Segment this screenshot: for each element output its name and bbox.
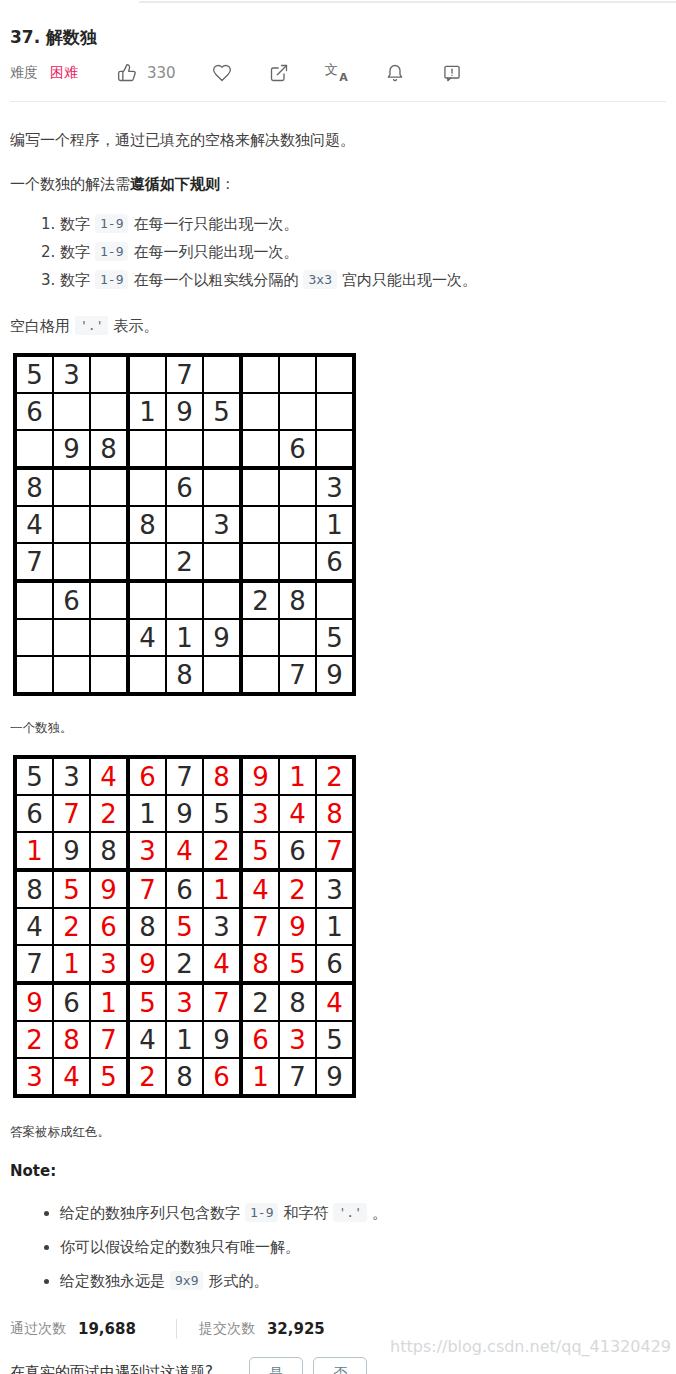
- sudoku-cell: [129, 582, 166, 619]
- sudoku-cell: [242, 543, 279, 580]
- sudoku-cell: 2: [16, 1021, 53, 1058]
- sudoku-cell: 8: [279, 984, 316, 1021]
- sudoku-cell: 3: [316, 469, 353, 506]
- blank-cell-paragraph: 空白格用'.'表示。: [10, 316, 666, 336]
- watermark: https://blog.csdn.net/qq_41320429: [390, 1337, 671, 1356]
- sudoku-cell: 3: [16, 1058, 53, 1095]
- sudoku-cell: 5: [53, 871, 90, 908]
- difficulty-label: 难度: [10, 64, 38, 82]
- sudoku-cell: 9: [203, 619, 240, 656]
- sudoku-cell: [90, 356, 127, 393]
- sudoku-box: 859426713: [15, 870, 128, 983]
- sudoku-cell: [53, 543, 90, 580]
- sudoku-cell: 5: [203, 393, 240, 430]
- sudoku-cell: 5: [166, 908, 203, 945]
- sudoku-cell: 6: [316, 945, 353, 982]
- sudoku-cell: [90, 469, 127, 506]
- sudoku-cell: 6: [316, 543, 353, 580]
- survey-question: 在真实的面试中遇到过这道题?: [10, 1357, 213, 1374]
- sudoku-cell: [203, 543, 240, 580]
- accepted-value: 19,688: [78, 1320, 136, 1338]
- sudoku-cell: 8: [16, 469, 53, 506]
- rule-3-text: 数字: [60, 271, 90, 289]
- sudoku-cell: 7: [203, 984, 240, 1021]
- top-divider: [139, 1, 676, 3]
- intro-paragraph: 编写一个程序，通过已填充的空格来解决数独问题。: [10, 130, 666, 150]
- sudoku-cell: 2: [242, 984, 279, 1021]
- sudoku-cell: 8: [203, 758, 240, 795]
- sudoku-cell: 9: [90, 871, 127, 908]
- accepted-label: 通过次数: [10, 1320, 66, 1338]
- sudoku-box: 678195342: [128, 757, 241, 870]
- note-2-text: 你可以假设给定的数独只有唯一解。: [60, 1238, 300, 1256]
- code-chip: 1-9: [95, 214, 128, 233]
- problem-page: 37. 解数独 难度 困难 330 文 A: [0, 26, 676, 1339]
- sudoku-cell: [53, 469, 90, 506]
- sudoku-cell: [16, 430, 53, 467]
- note-item-1: 给定的数独序列只包含数字1-9和字符'.'。: [60, 1201, 666, 1225]
- difficulty-badge: 困难: [50, 64, 78, 82]
- sudoku-cell: 7: [90, 1021, 127, 1058]
- sudoku-cell: 2: [166, 945, 203, 982]
- rule-3-mid: 在每一个以粗实线分隔的: [133, 271, 298, 289]
- sudoku-box: 847: [15, 468, 128, 581]
- sudoku-cell: [279, 356, 316, 393]
- sudoku-cell: 1: [53, 945, 90, 982]
- sudoku-box: 284635179: [241, 983, 354, 1096]
- sudoku-cell: 7: [16, 945, 53, 982]
- sudoku-cell: 2: [316, 758, 353, 795]
- rule-item-1: 数字1-9在每一行只能出现一次。: [60, 210, 666, 238]
- translate-zh-glyph: 文: [325, 63, 338, 77]
- sudoku-cell: 4: [203, 945, 240, 982]
- sudoku-cell: 4: [16, 908, 53, 945]
- sudoku-cell: 4: [242, 871, 279, 908]
- translate-en-glyph: A: [339, 71, 348, 85]
- sudoku-cell: 6: [279, 430, 316, 467]
- code-chip: 1-9: [95, 242, 128, 261]
- sudoku-cell: 8: [279, 582, 316, 619]
- sudoku-cell: [316, 430, 353, 467]
- sudoku-cell: [129, 543, 166, 580]
- sudoku-cell: 9: [53, 430, 90, 467]
- sudoku-cell: 4: [53, 1058, 90, 1095]
- translate-icon[interactable]: 文 A: [325, 63, 349, 83]
- sudoku-cell: 6: [53, 582, 90, 619]
- sudoku-box: 6: [241, 355, 354, 468]
- sudoku-cell: [90, 656, 127, 693]
- sudoku-cell: 5: [279, 945, 316, 982]
- sudoku-cell: 8: [53, 1021, 90, 1058]
- sudoku-cell: [16, 656, 53, 693]
- bell-icon[interactable]: [384, 62, 406, 84]
- sudoku-grid-solution: 5346721986781953429123485678594267137618…: [13, 755, 356, 1098]
- sudoku-cell: [242, 506, 279, 543]
- sudoku-cell: 3: [129, 832, 166, 869]
- blank-note-pre: 空白格用: [10, 317, 70, 335]
- sudoku-cell: 1: [279, 758, 316, 795]
- sudoku-cell: 9: [53, 832, 90, 869]
- sudoku-cell: 2: [129, 1058, 166, 1095]
- sudoku-cell: [166, 506, 203, 543]
- sudoku-cell: [279, 619, 316, 656]
- sudoku-cell: 5: [316, 619, 353, 656]
- sudoku-box: 53698: [15, 355, 128, 468]
- sudoku-cell: [16, 582, 53, 619]
- sudoku-cell: 2: [53, 908, 90, 945]
- sudoku-cell: [242, 393, 279, 430]
- sudoku-cell: [203, 582, 240, 619]
- sudoku-cell: 3: [279, 1021, 316, 1058]
- sudoku-cell: [316, 393, 353, 430]
- sudoku-cell: [129, 469, 166, 506]
- rules-intro-bold: 遵循如下规则: [130, 175, 220, 193]
- sudoku-box: 28579: [241, 581, 354, 694]
- sudoku-cell: 6: [166, 871, 203, 908]
- sudoku-cell: 5: [16, 758, 53, 795]
- sudoku-box: 7195: [128, 355, 241, 468]
- meta-row: 难度 困难 330 文 A: [10, 61, 666, 85]
- sudoku-cell: 6: [90, 908, 127, 945]
- sudoku-cell: [203, 430, 240, 467]
- sudoku-cell: 7: [316, 832, 353, 869]
- sudoku-box: 316: [241, 468, 354, 581]
- sudoku-cell: [53, 619, 90, 656]
- sudoku-cell: [242, 619, 279, 656]
- sudoku-cell: 8: [242, 945, 279, 982]
- sudoku-cell: 3: [90, 945, 127, 982]
- sudoku-cell: 7: [242, 908, 279, 945]
- sudoku-cell: 1: [316, 908, 353, 945]
- sudoku-box: 423791856: [241, 870, 354, 983]
- rule-item-2: 数字1-9在每一列只能出现一次。: [60, 238, 666, 266]
- sudoku-cell: 8: [316, 795, 353, 832]
- rules-intro-suffix: ：: [220, 175, 235, 193]
- rules-list: 数字1-9在每一行只能出现一次。 数字1-9在每一列只能出现一次。 数字1-9在…: [10, 210, 666, 294]
- sudoku-cell: [166, 430, 203, 467]
- sudoku-cell: [316, 356, 353, 393]
- sudoku-cell: [203, 356, 240, 393]
- sudoku-cell: 8: [166, 1058, 203, 1095]
- sudoku-cell: 5: [316, 1021, 353, 1058]
- code-chip: 1-9: [95, 270, 128, 289]
- sudoku-cell: 8: [16, 871, 53, 908]
- sudoku-cell: 6: [242, 1021, 279, 1058]
- sudoku-cell: 6: [16, 795, 53, 832]
- sudoku-cell: [90, 582, 127, 619]
- sudoku-cell: 4: [316, 984, 353, 1021]
- note-1-suffix: 。: [372, 1204, 387, 1222]
- sudoku-cell: [90, 393, 127, 430]
- rules-intro-pre: 一个数独的解法需: [10, 175, 130, 193]
- sudoku-box: 534672198: [15, 757, 128, 870]
- sudoku-cell: [90, 543, 127, 580]
- sudoku-cell: [203, 656, 240, 693]
- rule-1-text: 数字: [60, 215, 90, 233]
- sudoku-cell: 7: [166, 758, 203, 795]
- sudoku-cell: [16, 619, 53, 656]
- sudoku-cell: 7: [129, 871, 166, 908]
- sudoku-cell: 6: [16, 393, 53, 430]
- sudoku-cell: 9: [166, 393, 203, 430]
- sudoku-cell: 5: [242, 832, 279, 869]
- sudoku-cell: [90, 506, 127, 543]
- puzzle-caption: 一个数独。: [10, 720, 666, 737]
- stats-divider: [176, 1319, 177, 1339]
- sudoku-cell: 9: [316, 656, 353, 693]
- note-list: 给定的数独序列只包含数字1-9和字符'.'。 你可以假设给定的数独只有唯一解。 …: [10, 1201, 666, 1293]
- sudoku-cell: 2: [203, 832, 240, 869]
- like-count: 330: [147, 64, 176, 82]
- sudoku-cell: 5: [90, 1058, 127, 1095]
- sudoku-cell: 2: [242, 582, 279, 619]
- sudoku-cell: 4: [166, 832, 203, 869]
- code-chip: 1-9: [245, 1203, 278, 1222]
- rule-2-suffix: 在每一列只能出现一次。: [133, 243, 298, 261]
- sudoku-cell: 1: [16, 832, 53, 869]
- sudoku-cell: 1: [129, 393, 166, 430]
- sudoku-cell: 7: [16, 543, 53, 580]
- header-divider: [10, 101, 666, 102]
- stats-row: 通过次数 19,688 提交次数 32,925: [10, 1319, 666, 1339]
- page-title: 37. 解数独: [10, 26, 666, 48]
- sudoku-cell: 9: [166, 795, 203, 832]
- sudoku-cell: [166, 582, 203, 619]
- sudoku-cell: 3: [166, 984, 203, 1021]
- sudoku-box: 761853924: [128, 870, 241, 983]
- sudoku-cell: [242, 469, 279, 506]
- like-button[interactable]: 330: [116, 62, 176, 84]
- sudoku-cell: 1: [203, 871, 240, 908]
- rule-item-3: 数字1-9在每一个以粗实线分隔的3x3宫内只能出现一次。: [60, 266, 666, 294]
- sudoku-cell: 8: [129, 908, 166, 945]
- sudoku-cell: 5: [16, 356, 53, 393]
- sudoku-cell: [279, 506, 316, 543]
- sudoku-cell: 6: [166, 469, 203, 506]
- sudoku-cell: [279, 393, 316, 430]
- rule-1-suffix: 在每一行只能出现一次。: [133, 215, 298, 233]
- code-chip: 9x9: [170, 1271, 203, 1290]
- feedback-icon[interactable]: [441, 62, 463, 84]
- sudoku-cell: 9: [16, 984, 53, 1021]
- sudoku-cell: 9: [203, 1021, 240, 1058]
- code-chip: 3x3: [303, 270, 336, 289]
- sudoku-cell: [53, 506, 90, 543]
- sudoku-cell: 8: [166, 656, 203, 693]
- heart-icon[interactable]: [211, 62, 233, 84]
- sudoku-cell: 1: [166, 619, 203, 656]
- sudoku-cell: [279, 469, 316, 506]
- survey-yes-button[interactable]: 是: [249, 1357, 303, 1374]
- sudoku-cell: 1: [316, 506, 353, 543]
- sudoku-cell: 7: [279, 1058, 316, 1095]
- sudoku-cell: 7: [279, 656, 316, 693]
- note-1-pre: 给定的数独序列只包含数字: [60, 1204, 240, 1222]
- sudoku-cell: 4: [129, 619, 166, 656]
- sudoku-cell: 6: [203, 1058, 240, 1095]
- sudoku-cell: [316, 582, 353, 619]
- code-chip: '.': [75, 316, 108, 335]
- sudoku-cell: 1: [129, 795, 166, 832]
- note-title: Note:: [10, 1162, 666, 1180]
- sudoku-cell: 1: [242, 1058, 279, 1095]
- sudoku-cell: [129, 356, 166, 393]
- sudoku-cell: [279, 543, 316, 580]
- sudoku-cell: 5: [129, 984, 166, 1021]
- submissions-value: 32,925: [267, 1320, 325, 1338]
- sudoku-cell: [129, 656, 166, 693]
- sudoku-cell: [242, 656, 279, 693]
- share-icon[interactable]: [268, 62, 290, 84]
- submissions-label: 提交次数: [199, 1320, 255, 1338]
- sudoku-box: 961287345: [15, 983, 128, 1096]
- rule-3-suffix: 宫内只能出现一次。: [342, 271, 477, 289]
- survey-no-button[interactable]: 否: [313, 1357, 367, 1374]
- sudoku-cell: 8: [90, 430, 127, 467]
- sudoku-cell: 3: [53, 356, 90, 393]
- sudoku-box: 912348567: [241, 757, 354, 870]
- sudoku-cell: 4: [129, 1021, 166, 1058]
- blank-note-suffix: 表示。: [113, 317, 158, 335]
- note-item-2: 你可以假设给定的数独只有唯一解。: [60, 1235, 666, 1259]
- sudoku-cell: 3: [203, 506, 240, 543]
- sudoku-cell: [242, 356, 279, 393]
- sudoku-cell: 4: [16, 506, 53, 543]
- sudoku-cell: 7: [166, 356, 203, 393]
- sudoku-grid-puzzle: 536987195684768323166419828579: [13, 353, 356, 696]
- sudoku-cell: 6: [129, 758, 166, 795]
- rules-intro-paragraph: 一个数独的解法需遵循如下规则：: [10, 174, 666, 194]
- sudoku-cell: 9: [279, 908, 316, 945]
- note-item-3: 给定数独永远是9x9形式的。: [60, 1269, 666, 1293]
- sudoku-cell: [53, 393, 90, 430]
- sudoku-cell: [129, 430, 166, 467]
- sudoku-box: 4198: [128, 581, 241, 694]
- sudoku-cell: 9: [129, 945, 166, 982]
- sudoku-cell: 9: [316, 1058, 353, 1095]
- sudoku-cell: 4: [90, 758, 127, 795]
- solution-caption: 答案被标成红色。: [10, 1124, 666, 1141]
- sudoku-cell: 3: [242, 795, 279, 832]
- note-1-mid: 和字符: [283, 1204, 328, 1222]
- sudoku-cell: 5: [203, 795, 240, 832]
- sudoku-cell: 6: [53, 984, 90, 1021]
- note-3-suffix: 形式的。: [208, 1272, 268, 1290]
- sudoku-cell: 9: [242, 758, 279, 795]
- sudoku-cell: [90, 619, 127, 656]
- sudoku-cell: [53, 656, 90, 693]
- sudoku-cell: [203, 469, 240, 506]
- code-chip: '.': [333, 1203, 366, 1222]
- sudoku-cell: 3: [53, 758, 90, 795]
- sudoku-cell: [242, 430, 279, 467]
- sudoku-cell: 6: [279, 832, 316, 869]
- sudoku-cell: 7: [53, 795, 90, 832]
- rule-2-text: 数字: [60, 243, 90, 261]
- note-3-pre: 给定数独永远是: [60, 1272, 165, 1290]
- sudoku-box: 6: [15, 581, 128, 694]
- thumbs-up-icon[interactable]: [116, 62, 138, 84]
- sudoku-cell: 2: [166, 543, 203, 580]
- sudoku-cell: 8: [90, 832, 127, 869]
- sudoku-cell: 3: [203, 908, 240, 945]
- sudoku-cell: 2: [90, 795, 127, 832]
- sudoku-cell: 4: [279, 795, 316, 832]
- sudoku-cell: 1: [90, 984, 127, 1021]
- sudoku-cell: 8: [129, 506, 166, 543]
- footer-survey: 在真实的面试中遇到过这道题? 是 否: [10, 1357, 666, 1374]
- sudoku-box: 537419286: [128, 983, 241, 1096]
- sudoku-box: 6832: [128, 468, 241, 581]
- sudoku-cell: 3: [316, 871, 353, 908]
- sudoku-cell: 2: [279, 871, 316, 908]
- sudoku-cell: 1: [166, 1021, 203, 1058]
